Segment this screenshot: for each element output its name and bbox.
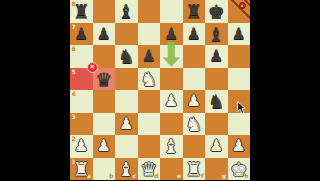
square-h7[interactable]: ♟ bbox=[228, 23, 251, 46]
miss-badge-icon: ✕ bbox=[87, 62, 98, 73]
square-h6[interactable] bbox=[228, 45, 251, 68]
square-e8[interactable] bbox=[160, 0, 183, 23]
piece-white-queen-d1[interactable]: ♛ bbox=[138, 158, 161, 181]
square-e5[interactable] bbox=[160, 68, 183, 91]
square-c3[interactable]: ♟ bbox=[115, 113, 138, 136]
square-f5[interactable] bbox=[183, 68, 206, 91]
corner-ribbon[interactable] bbox=[228, 0, 251, 23]
square-d8[interactable] bbox=[138, 0, 161, 23]
piece-white-pawn-f4[interactable]: ♟ bbox=[183, 90, 206, 113]
square-f2[interactable] bbox=[183, 135, 206, 158]
square-g4[interactable]: ♞ bbox=[205, 90, 228, 113]
piece-black-bishop-g7[interactable]: ♝ bbox=[205, 23, 228, 46]
rank-label-3: 3 bbox=[72, 114, 76, 120]
square-h5[interactable] bbox=[228, 68, 251, 91]
piece-white-knight-d5[interactable]: ♞ bbox=[138, 68, 161, 91]
square-d1[interactable]: d♛ bbox=[138, 158, 161, 181]
square-f7[interactable]: ♟ bbox=[183, 23, 206, 46]
square-h1[interactable]: h♚ bbox=[228, 158, 251, 181]
rank-label-5: 5 bbox=[72, 69, 76, 75]
piece-white-pawn-e4[interactable]: ♟ bbox=[160, 90, 183, 113]
square-b1[interactable]: b bbox=[93, 158, 116, 181]
app-screen: 8♜♝♜♚7♟♟♟♟♝♟6♞♟♟5♛♞4♟♟♞3♟♞2♟♟♝♟♟1a♜bc♝d♛… bbox=[0, 0, 320, 180]
piece-black-bishop-c8[interactable]: ♝ bbox=[115, 0, 138, 23]
square-c2[interactable] bbox=[115, 135, 138, 158]
square-d4[interactable] bbox=[138, 90, 161, 113]
piece-black-pawn-e7[interactable]: ♟ bbox=[160, 23, 183, 46]
square-c6[interactable]: ♞ bbox=[115, 45, 138, 68]
square-g8[interactable]: ♚ bbox=[205, 0, 228, 23]
square-g5[interactable] bbox=[205, 68, 228, 91]
square-e1[interactable]: e bbox=[160, 158, 183, 181]
square-f6[interactable] bbox=[183, 45, 206, 68]
corner-ribbon-badge-icon bbox=[239, 2, 246, 9]
square-e2[interactable]: ♝ bbox=[160, 135, 183, 158]
piece-white-rook-a1[interactable]: ♜ bbox=[70, 158, 93, 181]
square-d3[interactable] bbox=[138, 113, 161, 136]
square-b4[interactable] bbox=[93, 90, 116, 113]
piece-white-pawn-h2[interactable]: ♟ bbox=[228, 135, 251, 158]
piece-white-pawn-c3[interactable]: ♟ bbox=[115, 113, 138, 136]
square-c5[interactable] bbox=[115, 68, 138, 91]
piece-white-king-h1[interactable]: ♚ bbox=[228, 158, 251, 181]
square-f1[interactable]: f♜ bbox=[183, 158, 206, 181]
square-a7[interactable]: 7♟ bbox=[70, 23, 93, 46]
piece-black-pawn-d6[interactable]: ♟ bbox=[138, 45, 161, 68]
piece-black-knight-g4[interactable]: ♞ bbox=[205, 90, 228, 113]
rank-label-6: 6 bbox=[72, 46, 76, 52]
piece-white-pawn-a2[interactable]: ♟ bbox=[70, 135, 93, 158]
square-e7[interactable]: ♟ bbox=[160, 23, 183, 46]
piece-black-knight-c6[interactable]: ♞ bbox=[115, 45, 138, 68]
square-b3[interactable] bbox=[93, 113, 116, 136]
square-a8[interactable]: 8♜ bbox=[70, 0, 93, 23]
piece-white-knight-f3[interactable]: ♞ bbox=[183, 113, 206, 136]
piece-black-pawn-a7[interactable]: ♟ bbox=[70, 23, 93, 46]
file-label-g: g bbox=[222, 173, 226, 179]
square-d7[interactable] bbox=[138, 23, 161, 46]
square-g7[interactable]: ♝ bbox=[205, 23, 228, 46]
piece-black-pawn-f7[interactable]: ♟ bbox=[183, 23, 206, 46]
square-g6[interactable]: ♟ bbox=[205, 45, 228, 68]
square-b7[interactable]: ♟ bbox=[93, 23, 116, 46]
piece-black-pawn-b7[interactable]: ♟ bbox=[93, 23, 116, 46]
file-label-b: b bbox=[109, 173, 113, 179]
square-g2[interactable]: ♟ bbox=[205, 135, 228, 158]
square-c1[interactable]: c♝ bbox=[115, 158, 138, 181]
piece-white-pawn-g2[interactable]: ♟ bbox=[205, 135, 228, 158]
piece-black-rook-a8[interactable]: ♜ bbox=[70, 0, 93, 23]
chess-board: 8♜♝♜♚7♟♟♟♟♝♟6♞♟♟5♛♞4♟♟♞3♟♞2♟♟♝♟♟1a♜bc♝d♛… bbox=[70, 0, 250, 180]
square-c7[interactable] bbox=[115, 23, 138, 46]
piece-white-bishop-e2[interactable]: ♝ bbox=[160, 135, 183, 158]
piece-black-king-g8[interactable]: ♚ bbox=[205, 0, 228, 23]
square-e4[interactable]: ♟ bbox=[160, 90, 183, 113]
square-h4[interactable] bbox=[228, 90, 251, 113]
square-g1[interactable]: g bbox=[205, 158, 228, 181]
square-d2[interactable] bbox=[138, 135, 161, 158]
square-a1[interactable]: 1a♜ bbox=[70, 158, 93, 181]
file-label-e: e bbox=[177, 173, 181, 179]
square-c8[interactable]: ♝ bbox=[115, 0, 138, 23]
rank-label-4: 4 bbox=[72, 91, 76, 97]
square-d6[interactable]: ♟ bbox=[138, 45, 161, 68]
square-b8[interactable] bbox=[93, 0, 116, 23]
square-h3[interactable] bbox=[228, 113, 251, 136]
square-a4[interactable]: 4 bbox=[70, 90, 93, 113]
piece-black-pawn-h7[interactable]: ♟ bbox=[228, 23, 251, 46]
square-e3[interactable] bbox=[160, 113, 183, 136]
square-b2[interactable]: ♟ bbox=[93, 135, 116, 158]
square-a2[interactable]: 2♟ bbox=[70, 135, 93, 158]
square-d5[interactable]: ♞ bbox=[138, 68, 161, 91]
piece-black-rook-f8[interactable]: ♜ bbox=[183, 0, 206, 23]
square-h2[interactable]: ♟ bbox=[228, 135, 251, 158]
piece-white-rook-f1[interactable]: ♜ bbox=[183, 158, 206, 181]
piece-white-pawn-b2[interactable]: ♟ bbox=[93, 135, 116, 158]
square-f8[interactable]: ♜ bbox=[183, 0, 206, 23]
square-f4[interactable]: ♟ bbox=[183, 90, 206, 113]
square-c4[interactable] bbox=[115, 90, 138, 113]
square-f3[interactable]: ♞ bbox=[183, 113, 206, 136]
square-e6[interactable] bbox=[160, 45, 183, 68]
square-a3[interactable]: 3 bbox=[70, 113, 93, 136]
square-g3[interactable] bbox=[205, 113, 228, 136]
piece-black-pawn-g6[interactable]: ♟ bbox=[205, 45, 228, 68]
piece-white-bishop-c1[interactable]: ♝ bbox=[115, 158, 138, 181]
